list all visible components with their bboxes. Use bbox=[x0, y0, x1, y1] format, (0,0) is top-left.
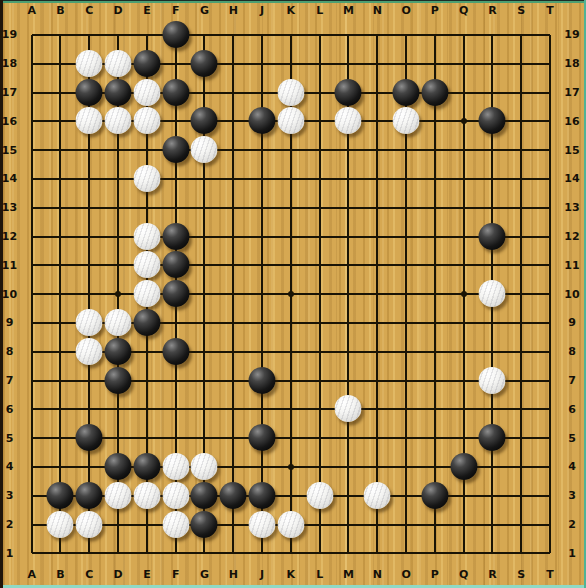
board-point[interactable] bbox=[305, 136, 334, 165]
board-point[interactable] bbox=[420, 78, 449, 107]
board-point[interactable] bbox=[75, 49, 104, 78]
board-point[interactable] bbox=[449, 395, 478, 424]
board-point[interactable] bbox=[132, 136, 161, 165]
board-point[interactable] bbox=[104, 337, 133, 366]
board-point[interactable] bbox=[305, 424, 334, 453]
board-point[interactable] bbox=[219, 309, 248, 338]
board-point[interactable] bbox=[334, 453, 363, 482]
board-point[interactable] bbox=[161, 309, 190, 338]
board-point[interactable] bbox=[276, 481, 305, 510]
board-point[interactable] bbox=[248, 481, 277, 510]
board-point[interactable] bbox=[392, 49, 421, 78]
board-point[interactable] bbox=[276, 395, 305, 424]
board-point[interactable] bbox=[276, 453, 305, 482]
board-point[interactable] bbox=[161, 424, 190, 453]
board-point[interactable] bbox=[420, 49, 449, 78]
board-point[interactable] bbox=[219, 21, 248, 50]
board-point[interactable] bbox=[161, 222, 190, 251]
board-point[interactable] bbox=[392, 280, 421, 309]
board-point[interactable] bbox=[420, 21, 449, 50]
board-point[interactable] bbox=[420, 222, 449, 251]
board-point[interactable] bbox=[248, 193, 277, 222]
board-point[interactable] bbox=[478, 222, 507, 251]
board-point[interactable] bbox=[449, 165, 478, 194]
board-point[interactable] bbox=[219, 424, 248, 453]
board-point[interactable] bbox=[161, 337, 190, 366]
board-point[interactable] bbox=[276, 136, 305, 165]
board-point[interactable] bbox=[17, 424, 46, 453]
board-point[interactable] bbox=[507, 165, 536, 194]
board-point[interactable] bbox=[420, 366, 449, 395]
board-point[interactable] bbox=[420, 309, 449, 338]
board-point[interactable] bbox=[104, 78, 133, 107]
board-point[interactable] bbox=[507, 510, 536, 539]
board-point[interactable] bbox=[276, 193, 305, 222]
board-point[interactable] bbox=[161, 453, 190, 482]
board-point[interactable] bbox=[132, 309, 161, 338]
board-point[interactable] bbox=[449, 510, 478, 539]
board-point[interactable] bbox=[17, 280, 46, 309]
board-point[interactable] bbox=[132, 49, 161, 78]
board-point[interactable] bbox=[46, 424, 75, 453]
board-point[interactable] bbox=[334, 49, 363, 78]
board-point[interactable] bbox=[161, 481, 190, 510]
board-point[interactable] bbox=[276, 280, 305, 309]
board-point[interactable] bbox=[75, 193, 104, 222]
board-point[interactable] bbox=[478, 424, 507, 453]
board-point[interactable] bbox=[132, 222, 161, 251]
board-point[interactable] bbox=[363, 251, 392, 280]
board-point[interactable] bbox=[161, 539, 190, 568]
board-point[interactable] bbox=[507, 453, 536, 482]
board-point[interactable] bbox=[161, 136, 190, 165]
board-point[interactable] bbox=[46, 337, 75, 366]
board-point[interactable] bbox=[363, 453, 392, 482]
board-point[interactable] bbox=[219, 395, 248, 424]
board-point[interactable] bbox=[75, 222, 104, 251]
board-point[interactable] bbox=[276, 165, 305, 194]
board-point[interactable] bbox=[190, 193, 219, 222]
board-point[interactable] bbox=[449, 222, 478, 251]
board-point[interactable] bbox=[276, 309, 305, 338]
board-point[interactable] bbox=[46, 309, 75, 338]
board-point[interactable] bbox=[161, 366, 190, 395]
board-point[interactable] bbox=[104, 366, 133, 395]
board-point[interactable] bbox=[363, 309, 392, 338]
board-point[interactable] bbox=[478, 78, 507, 107]
board-point[interactable] bbox=[17, 136, 46, 165]
board-point[interactable] bbox=[219, 78, 248, 107]
board-point[interactable] bbox=[190, 136, 219, 165]
board-point[interactable] bbox=[420, 481, 449, 510]
board-point[interactable] bbox=[46, 21, 75, 50]
board-point[interactable] bbox=[132, 165, 161, 194]
board-point[interactable] bbox=[132, 21, 161, 50]
board-point[interactable] bbox=[161, 49, 190, 78]
board-point[interactable] bbox=[46, 107, 75, 136]
board-point[interactable] bbox=[420, 424, 449, 453]
board-point[interactable] bbox=[420, 453, 449, 482]
board-point[interactable] bbox=[363, 366, 392, 395]
board-point[interactable] bbox=[161, 395, 190, 424]
board-point[interactable] bbox=[334, 222, 363, 251]
board-point[interactable] bbox=[248, 453, 277, 482]
board-point[interactable] bbox=[507, 481, 536, 510]
board-point[interactable] bbox=[363, 481, 392, 510]
board-point[interactable] bbox=[161, 280, 190, 309]
board-point[interactable] bbox=[449, 337, 478, 366]
board-point[interactable] bbox=[190, 539, 219, 568]
board-point[interactable] bbox=[190, 510, 219, 539]
board-point[interactable] bbox=[161, 78, 190, 107]
board-point[interactable] bbox=[219, 107, 248, 136]
board-point[interactable] bbox=[219, 539, 248, 568]
board-point[interactable] bbox=[334, 539, 363, 568]
board-point[interactable] bbox=[75, 78, 104, 107]
board-point[interactable] bbox=[420, 395, 449, 424]
board-point[interactable] bbox=[219, 165, 248, 194]
board-point[interactable] bbox=[104, 165, 133, 194]
board-point[interactable] bbox=[104, 481, 133, 510]
board-point[interactable] bbox=[305, 107, 334, 136]
board-point[interactable] bbox=[276, 78, 305, 107]
board-point[interactable] bbox=[75, 539, 104, 568]
board-point[interactable] bbox=[449, 366, 478, 395]
board-point[interactable] bbox=[363, 222, 392, 251]
board-point[interactable] bbox=[449, 107, 478, 136]
board-point[interactable] bbox=[507, 251, 536, 280]
board-point[interactable] bbox=[392, 107, 421, 136]
board-point[interactable] bbox=[305, 251, 334, 280]
board-point[interactable] bbox=[363, 337, 392, 366]
board-point[interactable] bbox=[392, 453, 421, 482]
board-point[interactable] bbox=[104, 193, 133, 222]
board-point[interactable] bbox=[507, 395, 536, 424]
board-point[interactable] bbox=[478, 337, 507, 366]
board-point[interactable] bbox=[507, 136, 536, 165]
board-point[interactable] bbox=[478, 453, 507, 482]
board-point[interactable] bbox=[248, 78, 277, 107]
board-point[interactable] bbox=[392, 309, 421, 338]
board-point[interactable] bbox=[104, 49, 133, 78]
board-point[interactable] bbox=[75, 395, 104, 424]
board-point[interactable] bbox=[75, 21, 104, 50]
board-point[interactable] bbox=[363, 510, 392, 539]
board-point[interactable] bbox=[276, 222, 305, 251]
board-point[interactable] bbox=[276, 424, 305, 453]
board-point[interactable] bbox=[46, 222, 75, 251]
board-point[interactable] bbox=[420, 136, 449, 165]
board-point[interactable] bbox=[305, 165, 334, 194]
board-point[interactable] bbox=[219, 193, 248, 222]
board-point[interactable] bbox=[248, 309, 277, 338]
board-point[interactable] bbox=[75, 337, 104, 366]
board-point[interactable] bbox=[478, 366, 507, 395]
board-point[interactable] bbox=[219, 222, 248, 251]
board-point[interactable] bbox=[219, 366, 248, 395]
board-point[interactable] bbox=[161, 21, 190, 50]
board-point[interactable] bbox=[248, 280, 277, 309]
board-point[interactable] bbox=[104, 222, 133, 251]
board-point[interactable] bbox=[248, 165, 277, 194]
board-point[interactable] bbox=[190, 222, 219, 251]
board-point[interactable] bbox=[363, 49, 392, 78]
board-point[interactable] bbox=[334, 481, 363, 510]
board-point[interactable] bbox=[17, 165, 46, 194]
board-point[interactable] bbox=[420, 107, 449, 136]
board-point[interactable] bbox=[46, 539, 75, 568]
board-point[interactable] bbox=[248, 366, 277, 395]
board-point[interactable] bbox=[305, 193, 334, 222]
board-point[interactable] bbox=[17, 539, 46, 568]
board-point[interactable] bbox=[449, 49, 478, 78]
board-point[interactable] bbox=[219, 49, 248, 78]
board-point[interactable] bbox=[75, 481, 104, 510]
board-point[interactable] bbox=[132, 453, 161, 482]
board-point[interactable] bbox=[420, 251, 449, 280]
board-point[interactable] bbox=[248, 107, 277, 136]
board-point[interactable] bbox=[104, 424, 133, 453]
board-point[interactable] bbox=[334, 21, 363, 50]
board-point[interactable] bbox=[161, 251, 190, 280]
board-point[interactable] bbox=[190, 251, 219, 280]
board-point[interactable] bbox=[219, 251, 248, 280]
board-point[interactable] bbox=[132, 424, 161, 453]
board-point[interactable] bbox=[305, 309, 334, 338]
board-point[interactable] bbox=[507, 280, 536, 309]
board-point[interactable] bbox=[219, 337, 248, 366]
board-point[interactable] bbox=[392, 510, 421, 539]
board-point[interactable] bbox=[219, 510, 248, 539]
board-point[interactable] bbox=[104, 280, 133, 309]
board-point[interactable] bbox=[161, 193, 190, 222]
board-point[interactable] bbox=[75, 510, 104, 539]
board-point[interactable] bbox=[190, 337, 219, 366]
board-point[interactable] bbox=[219, 481, 248, 510]
board-point[interactable] bbox=[17, 366, 46, 395]
board-point[interactable] bbox=[75, 366, 104, 395]
board-point[interactable] bbox=[248, 510, 277, 539]
board-point[interactable] bbox=[478, 280, 507, 309]
board-point[interactable] bbox=[17, 222, 46, 251]
board-point[interactable] bbox=[363, 78, 392, 107]
board-point[interactable] bbox=[132, 251, 161, 280]
board-point[interactable] bbox=[449, 309, 478, 338]
board-point[interactable] bbox=[363, 136, 392, 165]
board-point[interactable] bbox=[17, 193, 46, 222]
board-point[interactable] bbox=[276, 49, 305, 78]
board-point[interactable] bbox=[17, 481, 46, 510]
board-point[interactable] bbox=[248, 424, 277, 453]
board-point[interactable] bbox=[46, 453, 75, 482]
board-point[interactable] bbox=[449, 21, 478, 50]
board-point[interactable] bbox=[305, 280, 334, 309]
board-point[interactable] bbox=[305, 78, 334, 107]
board-point[interactable] bbox=[75, 424, 104, 453]
board-point[interactable] bbox=[132, 107, 161, 136]
board-point[interactable] bbox=[190, 49, 219, 78]
board-point[interactable] bbox=[17, 510, 46, 539]
board-point[interactable] bbox=[478, 539, 507, 568]
board-point[interactable] bbox=[17, 337, 46, 366]
board-point[interactable] bbox=[17, 395, 46, 424]
board-point[interactable] bbox=[507, 78, 536, 107]
board-point[interactable] bbox=[305, 510, 334, 539]
board-point[interactable] bbox=[507, 539, 536, 568]
board-point[interactable] bbox=[276, 366, 305, 395]
board-point[interactable] bbox=[276, 21, 305, 50]
board-point[interactable] bbox=[248, 251, 277, 280]
board-point[interactable] bbox=[392, 481, 421, 510]
board-point[interactable] bbox=[46, 251, 75, 280]
board-point[interactable] bbox=[507, 309, 536, 338]
board-point[interactable] bbox=[507, 107, 536, 136]
board-point[interactable] bbox=[305, 222, 334, 251]
board-point[interactable] bbox=[392, 539, 421, 568]
board-point[interactable] bbox=[449, 539, 478, 568]
board-point[interactable] bbox=[46, 78, 75, 107]
board-point[interactable] bbox=[478, 193, 507, 222]
board-point[interactable] bbox=[363, 107, 392, 136]
board-point[interactable] bbox=[190, 165, 219, 194]
board-point[interactable] bbox=[132, 510, 161, 539]
board-point[interactable] bbox=[334, 280, 363, 309]
board-point[interactable] bbox=[276, 107, 305, 136]
board-point[interactable] bbox=[190, 366, 219, 395]
board-point[interactable] bbox=[478, 510, 507, 539]
board-point[interactable] bbox=[363, 165, 392, 194]
board-point[interactable] bbox=[104, 251, 133, 280]
board-point[interactable] bbox=[46, 481, 75, 510]
board-point[interactable] bbox=[104, 107, 133, 136]
board-point[interactable] bbox=[449, 78, 478, 107]
board-point[interactable] bbox=[507, 193, 536, 222]
board-point[interactable] bbox=[190, 395, 219, 424]
board-point[interactable] bbox=[449, 251, 478, 280]
board-point[interactable] bbox=[507, 49, 536, 78]
board-point[interactable] bbox=[104, 395, 133, 424]
board-point[interactable] bbox=[161, 107, 190, 136]
board-point[interactable] bbox=[392, 222, 421, 251]
board-point[interactable] bbox=[305, 337, 334, 366]
board-point[interactable] bbox=[305, 395, 334, 424]
board-point[interactable] bbox=[132, 193, 161, 222]
board-point[interactable] bbox=[248, 21, 277, 50]
board-point[interactable] bbox=[46, 49, 75, 78]
board-point[interactable] bbox=[334, 165, 363, 194]
board-point[interactable] bbox=[449, 193, 478, 222]
board-point[interactable] bbox=[392, 21, 421, 50]
board-point[interactable] bbox=[276, 539, 305, 568]
board-point[interactable] bbox=[75, 165, 104, 194]
board-point[interactable] bbox=[420, 280, 449, 309]
board-point[interactable] bbox=[305, 366, 334, 395]
board-point[interactable] bbox=[420, 539, 449, 568]
board-point[interactable] bbox=[392, 366, 421, 395]
board-point[interactable] bbox=[17, 251, 46, 280]
board-point[interactable] bbox=[420, 193, 449, 222]
board-point[interactable] bbox=[132, 366, 161, 395]
board-point[interactable] bbox=[276, 251, 305, 280]
board-point[interactable] bbox=[420, 165, 449, 194]
board-point[interactable] bbox=[104, 510, 133, 539]
board-point[interactable] bbox=[219, 453, 248, 482]
board-point[interactable] bbox=[392, 78, 421, 107]
board-point[interactable] bbox=[132, 280, 161, 309]
board-point[interactable] bbox=[104, 453, 133, 482]
board-point[interactable] bbox=[132, 337, 161, 366]
board-point[interactable] bbox=[248, 337, 277, 366]
board-point[interactable] bbox=[507, 21, 536, 50]
board-point[interactable] bbox=[132, 395, 161, 424]
board-point[interactable] bbox=[507, 337, 536, 366]
board-point[interactable] bbox=[75, 107, 104, 136]
board-point[interactable] bbox=[478, 165, 507, 194]
board-point[interactable] bbox=[132, 78, 161, 107]
board-point[interactable] bbox=[363, 193, 392, 222]
board-point[interactable] bbox=[334, 337, 363, 366]
board-point[interactable] bbox=[248, 222, 277, 251]
board-point[interactable] bbox=[104, 539, 133, 568]
board-point[interactable] bbox=[363, 424, 392, 453]
board-point[interactable] bbox=[363, 395, 392, 424]
board-point[interactable] bbox=[161, 510, 190, 539]
board-point[interactable] bbox=[46, 510, 75, 539]
board-point[interactable] bbox=[190, 280, 219, 309]
board-point[interactable] bbox=[334, 107, 363, 136]
board-point[interactable] bbox=[478, 395, 507, 424]
board-point[interactable] bbox=[449, 424, 478, 453]
board-point[interactable] bbox=[132, 539, 161, 568]
board-point[interactable] bbox=[190, 21, 219, 50]
board-point[interactable] bbox=[17, 453, 46, 482]
board-point[interactable] bbox=[190, 481, 219, 510]
board-point[interactable] bbox=[75, 136, 104, 165]
board-point[interactable] bbox=[449, 136, 478, 165]
board-point[interactable] bbox=[104, 309, 133, 338]
board-point[interactable] bbox=[334, 395, 363, 424]
board-point[interactable] bbox=[334, 510, 363, 539]
board-point[interactable] bbox=[478, 49, 507, 78]
board-point[interactable] bbox=[305, 49, 334, 78]
board-point[interactable] bbox=[478, 251, 507, 280]
board-point[interactable] bbox=[17, 49, 46, 78]
board-point[interactable] bbox=[17, 107, 46, 136]
board-point[interactable] bbox=[248, 136, 277, 165]
board-point[interactable] bbox=[478, 136, 507, 165]
board-point[interactable] bbox=[248, 539, 277, 568]
board-point[interactable] bbox=[219, 280, 248, 309]
board-point[interactable] bbox=[334, 424, 363, 453]
board-point[interactable] bbox=[17, 78, 46, 107]
board-point[interactable] bbox=[449, 481, 478, 510]
board-point[interactable] bbox=[392, 136, 421, 165]
board-point[interactable] bbox=[449, 453, 478, 482]
board-point[interactable] bbox=[248, 395, 277, 424]
board-point[interactable] bbox=[334, 366, 363, 395]
board-point[interactable] bbox=[276, 510, 305, 539]
board-point[interactable] bbox=[363, 280, 392, 309]
board-point[interactable] bbox=[478, 21, 507, 50]
board-point[interactable] bbox=[190, 309, 219, 338]
board-point[interactable] bbox=[46, 193, 75, 222]
board-point[interactable] bbox=[161, 165, 190, 194]
board-point[interactable] bbox=[363, 539, 392, 568]
board-point[interactable] bbox=[190, 424, 219, 453]
board-point[interactable] bbox=[17, 21, 46, 50]
board-point[interactable] bbox=[478, 107, 507, 136]
board-point[interactable] bbox=[276, 337, 305, 366]
